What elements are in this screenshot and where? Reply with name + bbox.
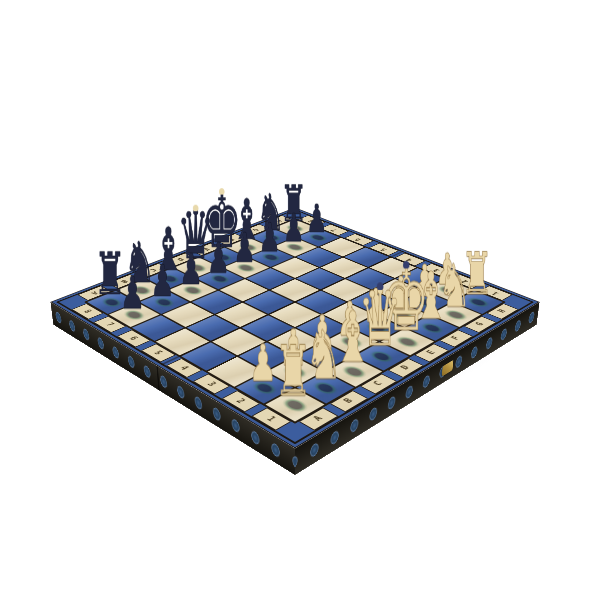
piece-black-pawn[interactable]: ♟: [305, 199, 329, 238]
crown-finial: [193, 204, 199, 211]
piece-black-pawn[interactable]: ♟: [178, 248, 205, 291]
crown-finial: [403, 261, 409, 269]
piece-black-pawn[interactable]: ♟: [149, 259, 176, 303]
piece-black-pawn[interactable]: ♟: [281, 208, 305, 247]
coordinate-label-text: 2: [234, 398, 246, 405]
piece-black-pawn[interactable]: ♟: [205, 237, 231, 279]
piece-black-pawn[interactable]: ♟: [257, 217, 282, 257]
coordinate-label-text: 6: [354, 238, 363, 242]
piece-white-rook[interactable]: ♜: [272, 336, 315, 405]
scene: 87654321 87654321 HGFEDCBA HGFEDCBA ♜♟♟♜…: [0, 0, 600, 600]
crown-finial: [377, 282, 384, 290]
crown-finial: [219, 188, 224, 194]
chess-board: 87654321 87654321 HGFEDCBA HGFEDCBA ♜♟♟♜…: [50, 208, 539, 449]
piece-black-pawn[interactable]: ♟: [119, 270, 147, 315]
brass-clasp: [442, 360, 454, 377]
rim-fold-seam: [156, 366, 159, 391]
coordinate-label-text: 7: [330, 228, 339, 232]
piece-black-pawn[interactable]: ♟: [232, 227, 258, 268]
coordinate-label-text: 1: [265, 415, 278, 422]
coordinate-label-text: 5: [379, 247, 388, 251]
